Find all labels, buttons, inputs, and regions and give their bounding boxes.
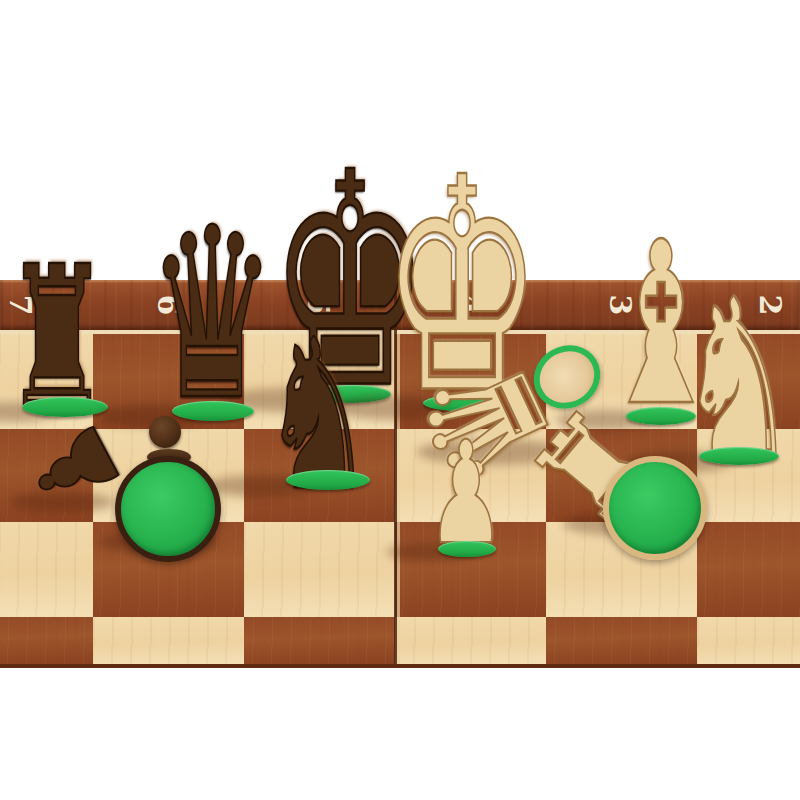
felt-white-pawn (438, 541, 496, 557)
felt-black-queen (172, 401, 254, 421)
pieces-layer: ♚♚♜♛♝♛♞♟♞♜♟ (0, 0, 800, 800)
head-knob-black-pawn-2 (149, 416, 181, 448)
felt-black-knight (286, 470, 370, 490)
felt-disc-black-pawn-2 (115, 456, 221, 562)
chess-photo-stage: 765432 ♚♚♜♛♝♛♞♟♞♜♟ (0, 0, 800, 800)
felt-disc-white-rook (603, 456, 707, 560)
piece-black-queen[interactable]: ♛ (147, 197, 276, 433)
felt-white-knight (699, 447, 779, 465)
